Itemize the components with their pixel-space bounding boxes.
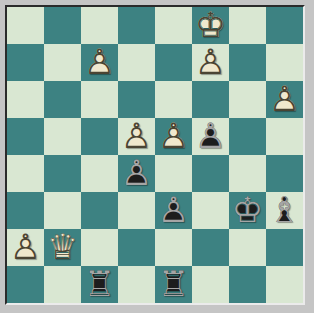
square-h5[interactable]: [266, 118, 303, 155]
square-a1[interactable]: [7, 266, 44, 303]
square-c7[interactable]: ♟♙: [81, 44, 118, 81]
square-a8[interactable]: [7, 7, 44, 44]
square-g3[interactable]: ♚♔: [229, 192, 266, 229]
square-e1[interactable]: ♜♖: [155, 266, 192, 303]
pawn-outline-icon: ♙: [192, 118, 229, 155]
square-f7[interactable]: ♟♙: [192, 44, 229, 81]
square-g1[interactable]: [229, 266, 266, 303]
square-h1[interactable]: [266, 266, 303, 303]
square-a4[interactable]: [7, 155, 44, 192]
rook-outline-icon: ♖: [81, 266, 118, 303]
square-d6[interactable]: [118, 81, 155, 118]
square-c4[interactable]: [81, 155, 118, 192]
square-b8[interactable]: [44, 7, 81, 44]
white-pawn-piece[interactable]: ♟♙: [192, 44, 229, 81]
square-f8[interactable]: ♚♔: [192, 7, 229, 44]
square-f6[interactable]: [192, 81, 229, 118]
square-g8[interactable]: [229, 7, 266, 44]
square-f1[interactable]: [192, 266, 229, 303]
square-h6[interactable]: ♟♙: [266, 81, 303, 118]
pawn-outline-icon: ♙: [192, 44, 229, 81]
rook-outline-icon: ♖: [155, 266, 192, 303]
pawn-outline-icon: ♙: [155, 192, 192, 229]
square-d4[interactable]: ♟♙: [118, 155, 155, 192]
white-pawn-piece[interactable]: ♟♙: [81, 44, 118, 81]
square-c1[interactable]: ♜♖: [81, 266, 118, 303]
king-outline-icon: ♔: [229, 192, 266, 229]
board-frame: ♚♔♟♙♟♙♟♙♟♙♟♙♟♙♟♙♟♙♚♔♝♗♟♙♛♕♜♖♜♖: [5, 5, 305, 305]
square-b7[interactable]: [44, 44, 81, 81]
black-king-piece[interactable]: ♚♔: [229, 192, 266, 229]
white-pawn-piece[interactable]: ♟♙: [266, 81, 303, 118]
square-g4[interactable]: [229, 155, 266, 192]
square-f2[interactable]: [192, 229, 229, 266]
square-d7[interactable]: [118, 44, 155, 81]
square-b1[interactable]: [44, 266, 81, 303]
square-f3[interactable]: [192, 192, 229, 229]
square-d5[interactable]: ♟♙: [118, 118, 155, 155]
white-queen-piece[interactable]: ♛♕: [44, 229, 81, 266]
square-e4[interactable]: [155, 155, 192, 192]
square-h3[interactable]: ♝♗: [266, 192, 303, 229]
square-b5[interactable]: [44, 118, 81, 155]
square-d3[interactable]: [118, 192, 155, 229]
pawn-outline-icon: ♙: [118, 118, 155, 155]
square-c6[interactable]: [81, 81, 118, 118]
square-e8[interactable]: [155, 7, 192, 44]
square-g7[interactable]: [229, 44, 266, 81]
square-b3[interactable]: [44, 192, 81, 229]
square-h7[interactable]: [266, 44, 303, 81]
pawn-outline-icon: ♙: [118, 155, 155, 192]
square-h2[interactable]: [266, 229, 303, 266]
square-h8[interactable]: [266, 7, 303, 44]
black-pawn-piece[interactable]: ♟♙: [192, 118, 229, 155]
pawn-outline-icon: ♙: [81, 44, 118, 81]
square-a3[interactable]: [7, 192, 44, 229]
pawn-outline-icon: ♙: [266, 81, 303, 118]
white-king-piece[interactable]: ♚♔: [192, 7, 229, 44]
chess-board: ♚♔♟♙♟♙♟♙♟♙♟♙♟♙♟♙♟♙♚♔♝♗♟♙♛♕♜♖♜♖: [7, 7, 303, 303]
black-bishop-piece[interactable]: ♝♗: [266, 192, 303, 229]
square-b6[interactable]: [44, 81, 81, 118]
square-a7[interactable]: [7, 44, 44, 81]
square-c8[interactable]: [81, 7, 118, 44]
square-d1[interactable]: [118, 266, 155, 303]
queen-outline-icon: ♕: [44, 229, 81, 266]
square-e6[interactable]: [155, 81, 192, 118]
square-e2[interactable]: [155, 229, 192, 266]
white-pawn-piece[interactable]: ♟♙: [7, 229, 44, 266]
square-e7[interactable]: [155, 44, 192, 81]
pawn-outline-icon: ♙: [7, 229, 44, 266]
square-f4[interactable]: [192, 155, 229, 192]
white-pawn-piece[interactable]: ♟♙: [155, 118, 192, 155]
square-b4[interactable]: [44, 155, 81, 192]
square-g5[interactable]: [229, 118, 266, 155]
square-e5[interactable]: ♟♙: [155, 118, 192, 155]
black-pawn-piece[interactable]: ♟♙: [118, 155, 155, 192]
white-pawn-piece[interactable]: ♟♙: [118, 118, 155, 155]
square-d2[interactable]: [118, 229, 155, 266]
square-h4[interactable]: [266, 155, 303, 192]
square-c3[interactable]: [81, 192, 118, 229]
square-b2[interactable]: ♛♕: [44, 229, 81, 266]
square-e3[interactable]: ♟♙: [155, 192, 192, 229]
bishop-outline-icon: ♗: [266, 192, 303, 229]
square-c5[interactable]: [81, 118, 118, 155]
king-outline-icon: ♔: [192, 7, 229, 44]
square-f5[interactable]: ♟♙: [192, 118, 229, 155]
square-a5[interactable]: [7, 118, 44, 155]
square-a6[interactable]: [7, 81, 44, 118]
square-a2[interactable]: ♟♙: [7, 229, 44, 266]
black-pawn-piece[interactable]: ♟♙: [155, 192, 192, 229]
square-g6[interactable]: [229, 81, 266, 118]
pawn-outline-icon: ♙: [155, 118, 192, 155]
black-rook-piece[interactable]: ♜♖: [81, 266, 118, 303]
black-rook-piece[interactable]: ♜♖: [155, 266, 192, 303]
square-d8[interactable]: [118, 7, 155, 44]
square-g2[interactable]: [229, 229, 266, 266]
square-c2[interactable]: [81, 229, 118, 266]
